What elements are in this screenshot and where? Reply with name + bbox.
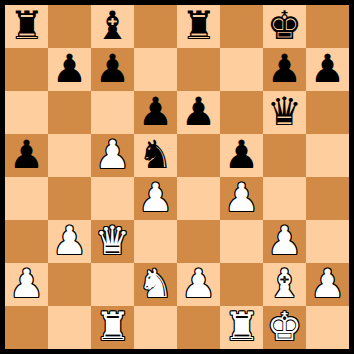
square-f7[interactable] bbox=[220, 48, 263, 91]
square-g1[interactable]: ♚ bbox=[263, 306, 306, 349]
square-h6[interactable] bbox=[306, 91, 349, 134]
square-a7[interactable] bbox=[5, 48, 48, 91]
square-f3[interactable] bbox=[220, 220, 263, 263]
square-e6[interactable]: ♟ bbox=[177, 91, 220, 134]
square-g5[interactable] bbox=[263, 134, 306, 177]
white-rook-piece[interactable]: ♜ bbox=[95, 306, 130, 348]
square-a2[interactable]: ♟ bbox=[5, 263, 48, 306]
square-c5[interactable]: ♟ bbox=[91, 134, 134, 177]
black-rook-piece[interactable]: ♜ bbox=[181, 5, 216, 47]
square-d5[interactable]: ♞ bbox=[134, 134, 177, 177]
white-pawn-piece[interactable]: ♟ bbox=[267, 220, 302, 262]
square-a6[interactable] bbox=[5, 91, 48, 134]
white-queen-piece[interactable]: ♛ bbox=[95, 220, 130, 262]
square-b6[interactable] bbox=[48, 91, 91, 134]
square-a3[interactable] bbox=[5, 220, 48, 263]
black-king-piece[interactable]: ♚ bbox=[267, 5, 302, 47]
square-d8[interactable] bbox=[134, 5, 177, 48]
square-h2[interactable]: ♟ bbox=[306, 263, 349, 306]
white-pawn-piece[interactable]: ♟ bbox=[9, 263, 44, 305]
board-grid: ♜♝♜♚♟♟♟♟♟♟♛♟♟♞♟♟♟♟♛♟♟♞♟♝♟♜♜♚ bbox=[5, 5, 349, 349]
white-knight-piece[interactable]: ♞ bbox=[138, 263, 173, 305]
black-pawn-piece[interactable]: ♟ bbox=[138, 91, 173, 133]
square-e7[interactable] bbox=[177, 48, 220, 91]
square-h7[interactable]: ♟ bbox=[306, 48, 349, 91]
square-f8[interactable] bbox=[220, 5, 263, 48]
black-bishop-piece[interactable]: ♝ bbox=[95, 5, 130, 47]
white-pawn-piece[interactable]: ♟ bbox=[181, 263, 216, 305]
square-c1[interactable]: ♜ bbox=[91, 306, 134, 349]
black-knight-piece[interactable]: ♞ bbox=[138, 134, 173, 176]
square-b1[interactable] bbox=[48, 306, 91, 349]
square-d4[interactable]: ♟ bbox=[134, 177, 177, 220]
square-f2[interactable] bbox=[220, 263, 263, 306]
square-c7[interactable]: ♟ bbox=[91, 48, 134, 91]
square-g6[interactable]: ♛ bbox=[263, 91, 306, 134]
square-e1[interactable] bbox=[177, 306, 220, 349]
white-pawn-piece[interactable]: ♟ bbox=[310, 263, 345, 305]
square-f6[interactable] bbox=[220, 91, 263, 134]
square-b2[interactable] bbox=[48, 263, 91, 306]
black-rook-piece[interactable]: ♜ bbox=[9, 5, 44, 47]
square-e4[interactable] bbox=[177, 177, 220, 220]
square-g8[interactable]: ♚ bbox=[263, 5, 306, 48]
chess-board: ♜♝♜♚♟♟♟♟♟♟♛♟♟♞♟♟♟♟♛♟♟♞♟♝♟♜♜♚ bbox=[0, 0, 354, 354]
square-d2[interactable]: ♞ bbox=[134, 263, 177, 306]
square-b5[interactable] bbox=[48, 134, 91, 177]
square-f1[interactable]: ♜ bbox=[220, 306, 263, 349]
black-pawn-piece[interactable]: ♟ bbox=[267, 48, 302, 90]
square-h3[interactable] bbox=[306, 220, 349, 263]
square-f4[interactable]: ♟ bbox=[220, 177, 263, 220]
white-rook-piece[interactable]: ♜ bbox=[224, 306, 259, 348]
square-a5[interactable]: ♟ bbox=[5, 134, 48, 177]
black-pawn-piece[interactable]: ♟ bbox=[95, 48, 130, 90]
black-pawn-piece[interactable]: ♟ bbox=[310, 48, 345, 90]
white-pawn-piece[interactable]: ♟ bbox=[224, 177, 259, 219]
square-g3[interactable]: ♟ bbox=[263, 220, 306, 263]
square-h5[interactable] bbox=[306, 134, 349, 177]
square-e8[interactable]: ♜ bbox=[177, 5, 220, 48]
square-d6[interactable]: ♟ bbox=[134, 91, 177, 134]
white-pawn-piece[interactable]: ♟ bbox=[52, 220, 87, 262]
black-pawn-piece[interactable]: ♟ bbox=[9, 134, 44, 176]
square-f5[interactable]: ♟ bbox=[220, 134, 263, 177]
square-g2[interactable]: ♝ bbox=[263, 263, 306, 306]
square-b3[interactable]: ♟ bbox=[48, 220, 91, 263]
black-queen-piece[interactable]: ♛ bbox=[267, 91, 302, 133]
square-d3[interactable] bbox=[134, 220, 177, 263]
square-e2[interactable]: ♟ bbox=[177, 263, 220, 306]
square-a1[interactable] bbox=[5, 306, 48, 349]
square-a8[interactable]: ♜ bbox=[5, 5, 48, 48]
black-pawn-piece[interactable]: ♟ bbox=[52, 48, 87, 90]
square-b8[interactable] bbox=[48, 5, 91, 48]
square-c3[interactable]: ♛ bbox=[91, 220, 134, 263]
square-b7[interactable]: ♟ bbox=[48, 48, 91, 91]
square-e5[interactable] bbox=[177, 134, 220, 177]
white-pawn-piece[interactable]: ♟ bbox=[138, 177, 173, 219]
square-b4[interactable] bbox=[48, 177, 91, 220]
square-c2[interactable] bbox=[91, 263, 134, 306]
square-h1[interactable] bbox=[306, 306, 349, 349]
square-h4[interactable] bbox=[306, 177, 349, 220]
white-king-piece[interactable]: ♚ bbox=[267, 306, 302, 348]
black-pawn-piece[interactable]: ♟ bbox=[181, 91, 216, 133]
square-c8[interactable]: ♝ bbox=[91, 5, 134, 48]
black-pawn-piece[interactable]: ♟ bbox=[224, 134, 259, 176]
square-d7[interactable] bbox=[134, 48, 177, 91]
square-g7[interactable]: ♟ bbox=[263, 48, 306, 91]
square-a4[interactable] bbox=[5, 177, 48, 220]
square-h8[interactable] bbox=[306, 5, 349, 48]
square-g4[interactable] bbox=[263, 177, 306, 220]
square-e3[interactable] bbox=[177, 220, 220, 263]
square-d1[interactable] bbox=[134, 306, 177, 349]
square-c4[interactable] bbox=[91, 177, 134, 220]
square-c6[interactable] bbox=[91, 91, 134, 134]
white-pawn-piece[interactable]: ♟ bbox=[95, 134, 130, 176]
white-bishop-piece[interactable]: ♝ bbox=[267, 263, 302, 305]
